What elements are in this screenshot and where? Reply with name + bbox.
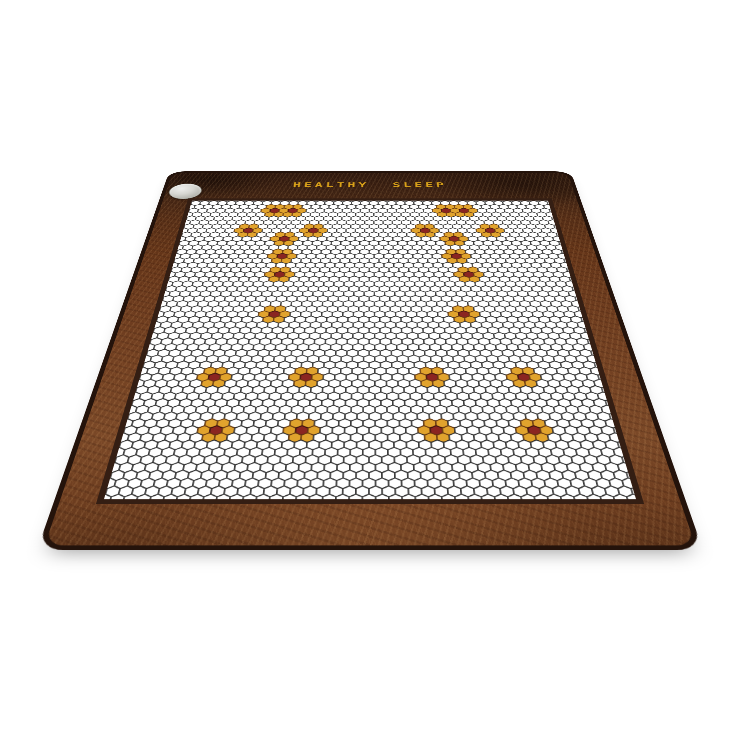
heated-mat: HEALTHY SLEEP	[37, 171, 703, 550]
hex-mosaic-grid	[104, 201, 636, 500]
mat-perspective-wrapper: HEALTHY SLEEP	[37, 171, 703, 550]
product-photo-scene: HEALTHY SLEEP	[0, 0, 750, 750]
brand-title: HEALTHY SLEEP	[167, 182, 573, 189]
hex-mosaic-panel	[96, 198, 644, 504]
